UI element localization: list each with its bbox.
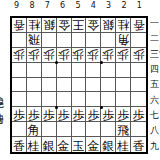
sente-piece[interactable]: 銀 [102, 139, 114, 151]
cell-9七[interactable]: 歩 [12, 107, 27, 122]
cell-2八[interactable]: 飛 [116, 122, 131, 137]
cell-8九[interactable]: 桂 [27, 137, 42, 152]
cell-3一[interactable]: 銀 [101, 18, 116, 33]
file-label-2: 2 [116, 1, 131, 11]
sente-piece[interactable]: 飛 [117, 124, 129, 136]
cell-5九[interactable]: 玉 [72, 137, 87, 152]
rank-label-四: 四 [150, 62, 159, 77]
gote-piece[interactable]: 飛 [28, 34, 40, 46]
cell-3九[interactable]: 銀 [101, 137, 116, 152]
rank-label-九: 九 [150, 139, 159, 154]
gote-piece[interactable]: 歩 [72, 49, 84, 61]
sente-piece[interactable]: 桂 [117, 139, 129, 151]
rank-label-五: 五 [150, 77, 159, 92]
sente-piece[interactable]: 金 [87, 139, 99, 151]
sente-piece[interactable]: 香 [13, 139, 25, 151]
gote-piece[interactable]: 王 [72, 19, 84, 31]
gote-piece[interactable]: 角 [117, 34, 129, 46]
cell-5一[interactable]: 王 [72, 18, 87, 33]
cell-8一[interactable]: 桂 [27, 18, 42, 33]
sente-piece[interactable]: 玉 [72, 139, 84, 151]
shogi-diagram: 987654321 香桂銀金王金銀桂香飛角歩歩歩歩歩歩歩歩歩歩歩歩歩歩歩歩歩歩角… [0, 0, 160, 160]
cell-1三[interactable]: 歩 [131, 48, 146, 63]
gote-piece[interactable]: 歩 [102, 49, 114, 61]
sente-piece[interactable]: 香 [133, 139, 145, 151]
rank-label-三: 三 [150, 47, 159, 62]
cell-7九[interactable]: 銀 [42, 137, 57, 152]
rank-label-八: 八 [150, 123, 159, 138]
gote-piece[interactable]: 銀 [102, 19, 114, 31]
cell-8二[interactable]: 飛 [27, 33, 42, 48]
cell-9四[interactable] [12, 63, 27, 78]
gote-piece[interactable]: 金 [87, 19, 99, 31]
file-label-8: 8 [24, 1, 39, 11]
cell-4九[interactable]: 金 [86, 137, 101, 152]
cell-6八[interactable] [57, 122, 72, 137]
cell-6四[interactable] [57, 63, 72, 78]
sente-piece[interactable]: 桂 [28, 139, 40, 151]
cell-9八[interactable] [12, 122, 27, 137]
cell-4六[interactable] [86, 92, 101, 107]
star-point [55, 106, 58, 109]
cell-6二[interactable] [57, 33, 72, 48]
cell-7七[interactable]: 歩 [42, 107, 57, 122]
file-label-5: 5 [70, 1, 85, 11]
cell-9六[interactable] [12, 92, 27, 107]
cell-2九[interactable]: 桂 [116, 137, 131, 152]
rank-labels: 一二三四五六七八九 [150, 16, 159, 154]
sente-piece[interactable]: 歩 [133, 109, 145, 121]
cell-5八[interactable] [72, 122, 87, 137]
gote-piece[interactable]: 金 [58, 19, 70, 31]
file-label-3: 3 [101, 1, 116, 11]
cell-6六[interactable] [57, 92, 72, 107]
sente-piece[interactable]: 歩 [58, 109, 70, 121]
gote-piece[interactable]: 歩 [87, 49, 99, 61]
cell-5五[interactable] [72, 78, 87, 93]
cell-3二[interactable] [101, 33, 116, 48]
cell-1八[interactable] [131, 122, 146, 137]
cell-5六[interactable] [72, 92, 87, 107]
cell-2一[interactable]: 桂 [116, 18, 131, 33]
cell-7八[interactable] [42, 122, 57, 137]
cell-8六[interactable] [27, 92, 42, 107]
gote-piece[interactable]: 香 [133, 19, 145, 31]
sente-piece[interactable]: 歩 [87, 109, 99, 121]
cell-1一[interactable]: 香 [131, 18, 146, 33]
cell-2三[interactable]: 歩 [116, 48, 131, 63]
rank-label-七: 七 [150, 108, 159, 123]
cell-4五[interactable] [86, 78, 101, 93]
cell-4一[interactable]: 金 [86, 18, 101, 33]
gote-piece[interactable]: 銀 [43, 19, 55, 31]
gote-piece[interactable]: 歩 [43, 49, 55, 61]
file-label-4: 4 [86, 1, 101, 11]
cell-9三[interactable]: 歩 [12, 48, 27, 63]
cell-6一[interactable]: 金 [57, 18, 72, 33]
file-labels: 987654321 [9, 1, 147, 11]
gote-piece[interactable]: 桂 [28, 19, 40, 31]
sente-piece[interactable]: 歩 [28, 109, 40, 121]
gote-piece[interactable]: 歩 [117, 49, 129, 61]
gote-piece[interactable]: 歩 [28, 49, 40, 61]
file-label-6: 6 [55, 1, 70, 11]
cell-3五[interactable] [101, 78, 116, 93]
cell-1九[interactable]: 香 [131, 137, 146, 152]
gote-piece[interactable]: 歩 [13, 49, 25, 61]
cell-5三[interactable]: 歩 [72, 48, 87, 63]
cell-3四[interactable] [101, 63, 116, 78]
rank-label-六: 六 [150, 93, 159, 108]
sente-piece[interactable]: 歩 [102, 109, 114, 121]
sente-piece[interactable]: 角 [28, 124, 40, 136]
gote-piece[interactable]: 歩 [58, 49, 70, 61]
cell-2二[interactable]: 角 [116, 33, 131, 48]
cell-8七[interactable]: 歩 [27, 107, 42, 122]
cell-1二[interactable] [131, 33, 146, 48]
cell-2四[interactable] [116, 63, 131, 78]
cell-6五[interactable] [57, 78, 72, 93]
sente-piece[interactable]: 銀 [43, 139, 55, 151]
cell-2七[interactable]: 歩 [116, 107, 131, 122]
gote-piece[interactable]: 香 [13, 19, 25, 31]
cell-3三[interactable]: 歩 [101, 48, 116, 63]
cell-8八[interactable]: 角 [27, 122, 42, 137]
cell-1四[interactable] [131, 63, 146, 78]
cell-4三[interactable]: 歩 [86, 48, 101, 63]
cell-7四[interactable] [42, 63, 57, 78]
sente-piece[interactable]: 歩 [13, 109, 25, 121]
star-point [55, 61, 58, 64]
cell-9五[interactable] [12, 78, 27, 93]
cell-7一[interactable]: 銀 [42, 18, 57, 33]
cell-9九[interactable]: 香 [12, 137, 27, 152]
sente-piece[interactable]: 歩 [43, 109, 55, 121]
cell-4四[interactable] [86, 63, 101, 78]
file-label-7: 7 [40, 1, 55, 11]
cell-6七[interactable]: 歩 [57, 107, 72, 122]
cell-7五[interactable] [42, 78, 57, 93]
cell-1七[interactable]: 歩 [131, 107, 146, 122]
cell-8三[interactable]: 歩 [27, 48, 42, 63]
cell-8五[interactable] [27, 78, 42, 93]
cell-4二[interactable] [86, 33, 101, 48]
sente-piece[interactable]: 歩 [72, 109, 84, 121]
gote-piece[interactable]: 桂 [117, 19, 129, 31]
cell-2六[interactable] [116, 92, 131, 107]
cell-3八[interactable] [101, 122, 116, 137]
sente-piece[interactable]: 金 [58, 139, 70, 151]
file-label-1: 1 [132, 1, 147, 11]
cell-7六[interactable] [42, 92, 57, 107]
sente-piece[interactable]: 歩 [117, 109, 129, 121]
cell-6三[interactable]: 歩 [57, 48, 72, 63]
cell-1五[interactable] [131, 78, 146, 93]
cell-5四[interactable] [72, 63, 87, 78]
cell-9二[interactable] [12, 33, 27, 48]
gote-hand-label-clipped: 後手の持駒 [158, 18, 160, 36]
cell-5二[interactable] [72, 33, 87, 48]
cell-5七[interactable]: 歩 [72, 107, 87, 122]
cell-3七[interactable]: 歩 [101, 107, 116, 122]
cell-6九[interactable]: 金 [57, 137, 72, 152]
gote-piece[interactable]: 歩 [133, 49, 145, 61]
cell-4七[interactable]: 歩 [86, 107, 101, 122]
file-label-9: 9 [9, 1, 24, 11]
cell-9一[interactable]: 香 [12, 18, 27, 33]
cell-3六[interactable] [101, 92, 116, 107]
cell-4八[interactable] [86, 122, 101, 137]
star-point [100, 61, 103, 64]
sente-hand-label-clipped: 先手の持駒 [0, 88, 4, 106]
cell-8四[interactable] [27, 63, 42, 78]
board-grid[interactable]: 香桂銀金王金銀桂香飛角歩歩歩歩歩歩歩歩歩歩歩歩歩歩歩歩歩歩角飛香桂銀金玉金銀桂香 [10, 16, 148, 154]
cell-1六[interactable] [131, 92, 146, 107]
cell-7三[interactable]: 歩 [42, 48, 57, 63]
star-point [100, 106, 103, 109]
cell-2五[interactable] [116, 78, 131, 93]
cell-7二[interactable] [42, 33, 57, 48]
